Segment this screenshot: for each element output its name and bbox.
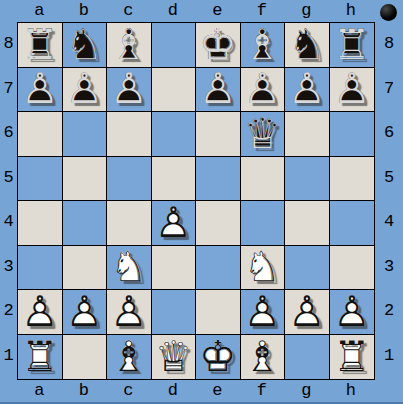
black-bishop: ♝ bbox=[241, 23, 285, 67]
square-h1[interactable]: ♜♖ bbox=[330, 335, 375, 380]
rank-label-left-7: 7 bbox=[0, 67, 17, 112]
square-c1[interactable]: ♝♗ bbox=[107, 335, 152, 380]
square-d8[interactable] bbox=[152, 23, 197, 68]
square-g2[interactable]: ♟♙ bbox=[285, 290, 330, 335]
square-f3[interactable]: ♞♘ bbox=[241, 246, 286, 291]
file-label-bottom-e: e bbox=[194, 381, 240, 401]
black-bishop-detail: ♗ bbox=[241, 23, 285, 67]
black-knight: ♞ bbox=[63, 23, 107, 67]
black-pawn-detail: ♙ bbox=[63, 68, 107, 112]
white-rook: ♜ bbox=[18, 335, 62, 380]
white-bishop: ♝ bbox=[241, 335, 285, 380]
rank-label-right-5: 5 bbox=[376, 156, 402, 201]
square-c6[interactable] bbox=[107, 112, 152, 157]
white-pawn-detail: ♙ bbox=[241, 290, 285, 334]
black-pawn-detail: ♙ bbox=[196, 68, 240, 112]
black-pawn: ♟ bbox=[241, 68, 285, 112]
square-b7[interactable]: ♟♙ bbox=[63, 68, 108, 113]
black-pawn-detail: ♙ bbox=[241, 68, 285, 112]
white-pawn: ♟ bbox=[330, 290, 375, 334]
square-g6[interactable] bbox=[285, 112, 330, 157]
square-g3[interactable] bbox=[285, 246, 330, 291]
black-bishop: ♝ bbox=[107, 23, 151, 67]
white-pawn-detail: ♙ bbox=[107, 290, 151, 334]
white-rook: ♜ bbox=[330, 335, 375, 380]
black-to-move-indicator-icon bbox=[380, 4, 397, 21]
file-label-bottom-b: b bbox=[61, 381, 107, 401]
square-a7[interactable]: ♟♙ bbox=[18, 68, 63, 113]
white-bishop-detail: ♗ bbox=[107, 335, 151, 380]
square-h4[interactable] bbox=[330, 201, 375, 246]
square-a6[interactable] bbox=[18, 112, 63, 157]
white-pawn: ♟ bbox=[18, 290, 62, 334]
rank-label-left-3: 3 bbox=[0, 245, 17, 290]
white-rook-detail: ♖ bbox=[330, 335, 375, 380]
square-e2[interactable] bbox=[196, 290, 241, 335]
file-label-top-h: h bbox=[328, 1, 374, 21]
square-f1[interactable]: ♝♗ bbox=[241, 335, 286, 380]
white-bishop-detail: ♗ bbox=[241, 335, 285, 380]
square-e7[interactable]: ♟♙ bbox=[196, 68, 241, 113]
white-bishop: ♝ bbox=[107, 335, 151, 380]
black-bishop-detail: ♗ bbox=[107, 23, 151, 67]
rank-label-right-8: 8 bbox=[376, 22, 402, 67]
square-f8[interactable]: ♝♗ bbox=[241, 23, 286, 68]
file-label-bottom-g: g bbox=[283, 381, 329, 401]
rank-label-left-2: 2 bbox=[0, 289, 17, 334]
rank-label-right-3: 3 bbox=[376, 245, 402, 290]
file-label-bottom-a: a bbox=[16, 381, 62, 401]
square-b1[interactable] bbox=[63, 335, 108, 380]
black-pawn-detail: ♙ bbox=[107, 68, 151, 112]
black-rook-detail: ♖ bbox=[18, 23, 62, 67]
square-e1[interactable]: ♚♔ bbox=[196, 335, 241, 380]
black-pawn-detail: ♙ bbox=[18, 68, 62, 112]
square-d7[interactable] bbox=[152, 68, 197, 113]
square-g1[interactable] bbox=[285, 335, 330, 380]
rank-label-right-1: 1 bbox=[376, 334, 402, 379]
black-pawn-detail: ♙ bbox=[330, 68, 375, 112]
black-pawn: ♟ bbox=[107, 68, 151, 112]
white-rook-detail: ♖ bbox=[18, 335, 62, 380]
white-pawn: ♟ bbox=[285, 290, 329, 334]
file-label-bottom-f: f bbox=[239, 381, 285, 401]
white-pawn-detail: ♙ bbox=[63, 290, 107, 334]
file-label-top-d: d bbox=[150, 1, 196, 21]
rank-label-left-4: 4 bbox=[0, 200, 17, 245]
file-label-top-g: g bbox=[283, 1, 329, 21]
square-h8[interactable]: ♜♖ bbox=[330, 23, 375, 68]
square-h7[interactable]: ♟♙ bbox=[330, 68, 375, 113]
square-d6[interactable] bbox=[152, 112, 197, 157]
black-knight: ♞ bbox=[285, 23, 329, 67]
rank-label-left-1: 1 bbox=[0, 334, 17, 379]
white-pawn-detail: ♙ bbox=[152, 201, 196, 245]
chess-board[interactable]: ♜♖♞♘♝♗♚♔♝♗♞♘♜♖♟♙♟♙♟♙♟♙♟♙♟♙♟♙♛♕♟♙♞♘♞♘♟♙♟♙… bbox=[17, 22, 375, 380]
black-king: ♚ bbox=[196, 23, 240, 67]
white-knight-detail: ♘ bbox=[107, 246, 151, 290]
square-b2[interactable]: ♟♙ bbox=[63, 290, 108, 335]
white-pawn: ♟ bbox=[241, 290, 285, 334]
white-pawn: ♟ bbox=[152, 201, 196, 245]
white-pawn: ♟ bbox=[63, 290, 107, 334]
black-rook: ♜ bbox=[330, 23, 375, 67]
file-label-top-b: b bbox=[61, 1, 107, 21]
black-pawn: ♟ bbox=[330, 68, 375, 112]
rank-label-left-8: 8 bbox=[0, 22, 17, 67]
square-h5[interactable] bbox=[330, 157, 375, 202]
file-label-bottom-c: c bbox=[105, 381, 151, 401]
square-c3[interactable]: ♞♘ bbox=[107, 246, 152, 291]
rank-label-right-6: 6 bbox=[376, 111, 402, 156]
chess-board-window: abcdefgh abcdefgh 87654321 87654321 ♜♖♞♘… bbox=[0, 0, 403, 404]
rank-label-right-2: 2 bbox=[376, 289, 402, 334]
square-e6[interactable] bbox=[196, 112, 241, 157]
square-f6[interactable]: ♛♕ bbox=[241, 112, 286, 157]
square-d5[interactable] bbox=[152, 157, 197, 202]
square-g8[interactable]: ♞♘ bbox=[285, 23, 330, 68]
square-g7[interactable]: ♟♙ bbox=[285, 68, 330, 113]
square-c4[interactable] bbox=[107, 201, 152, 246]
black-pawn: ♟ bbox=[285, 68, 329, 112]
file-label-bottom-h: h bbox=[328, 381, 374, 401]
black-queen-detail: ♕ bbox=[241, 112, 285, 156]
white-knight: ♞ bbox=[241, 246, 285, 290]
rank-label-right-4: 4 bbox=[376, 200, 402, 245]
file-label-bottom-d: d bbox=[150, 381, 196, 401]
black-rook: ♜ bbox=[18, 23, 62, 67]
white-knight: ♞ bbox=[107, 246, 151, 290]
square-e8[interactable]: ♚♔ bbox=[196, 23, 241, 68]
square-d2[interactable] bbox=[152, 290, 197, 335]
square-a8[interactable]: ♜♖ bbox=[18, 23, 63, 68]
square-c7[interactable]: ♟♙ bbox=[107, 68, 152, 113]
black-pawn-detail: ♙ bbox=[285, 68, 329, 112]
square-c5[interactable] bbox=[107, 157, 152, 202]
square-g5[interactable] bbox=[285, 157, 330, 202]
file-label-top-e: e bbox=[194, 1, 240, 21]
white-king: ♚ bbox=[196, 335, 240, 380]
square-c8[interactable]: ♝♗ bbox=[107, 23, 152, 68]
rank-label-right-7: 7 bbox=[376, 67, 402, 112]
square-d4[interactable]: ♟♙ bbox=[152, 201, 197, 246]
square-a2[interactable]: ♟♙ bbox=[18, 290, 63, 335]
square-e3[interactable] bbox=[196, 246, 241, 291]
square-b6[interactable] bbox=[63, 112, 108, 157]
black-pawn: ♟ bbox=[18, 68, 62, 112]
square-h3[interactable] bbox=[330, 246, 375, 291]
white-pawn-detail: ♙ bbox=[330, 290, 375, 334]
file-label-top-f: f bbox=[239, 1, 285, 21]
square-d1[interactable]: ♛♕ bbox=[152, 335, 197, 380]
black-rook-detail: ♖ bbox=[330, 23, 375, 67]
square-a3[interactable] bbox=[18, 246, 63, 291]
square-b4[interactable] bbox=[63, 201, 108, 246]
file-label-top-c: c bbox=[105, 1, 151, 21]
square-b3[interactable] bbox=[63, 246, 108, 291]
square-c2[interactable]: ♟♙ bbox=[107, 290, 152, 335]
square-f4[interactable] bbox=[241, 201, 286, 246]
square-b8[interactable]: ♞♘ bbox=[63, 23, 108, 68]
black-knight-detail: ♘ bbox=[285, 23, 329, 67]
white-pawn-detail: ♙ bbox=[285, 290, 329, 334]
square-f5[interactable] bbox=[241, 157, 286, 202]
square-a4[interactable] bbox=[18, 201, 63, 246]
black-pawn: ♟ bbox=[63, 68, 107, 112]
black-pawn: ♟ bbox=[196, 68, 240, 112]
black-king-detail: ♔ bbox=[196, 23, 240, 67]
black-knight-detail: ♘ bbox=[63, 23, 107, 67]
file-label-top-a: a bbox=[16, 1, 62, 21]
square-h6[interactable] bbox=[330, 112, 375, 157]
rank-label-left-6: 6 bbox=[0, 111, 17, 156]
square-h2[interactable]: ♟♙ bbox=[330, 290, 375, 335]
square-d3[interactable] bbox=[152, 246, 197, 291]
square-g4[interactable] bbox=[285, 201, 330, 246]
white-queen: ♛ bbox=[152, 335, 196, 380]
black-queen: ♛ bbox=[241, 112, 285, 156]
square-a1[interactable]: ♜♖ bbox=[18, 335, 63, 380]
square-f7[interactable]: ♟♙ bbox=[241, 68, 286, 113]
white-pawn: ♟ bbox=[107, 290, 151, 334]
square-b5[interactable] bbox=[63, 157, 108, 202]
rank-label-left-5: 5 bbox=[0, 156, 17, 201]
square-a5[interactable] bbox=[18, 157, 63, 202]
white-pawn-detail: ♙ bbox=[18, 290, 62, 334]
square-e4[interactable] bbox=[196, 201, 241, 246]
white-queen-detail: ♕ bbox=[152, 335, 196, 380]
white-king-detail: ♔ bbox=[196, 335, 240, 380]
square-f2[interactable]: ♟♙ bbox=[241, 290, 286, 335]
square-e5[interactable] bbox=[196, 157, 241, 202]
white-knight-detail: ♘ bbox=[241, 246, 285, 290]
